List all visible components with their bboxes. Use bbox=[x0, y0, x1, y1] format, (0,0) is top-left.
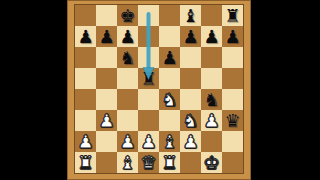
square-a8[interactable] bbox=[75, 5, 96, 26]
white-pawn-b3: ♟ bbox=[98, 110, 114, 131]
white-queen-d1: ♛ bbox=[140, 152, 156, 173]
square-c8[interactable]: ♚ bbox=[117, 5, 138, 26]
square-h7[interactable]: ♟ bbox=[222, 26, 243, 47]
chess-board: ♚♝♜♟♟♟♟♟♟♞♟♜♞♞♟♞♟♛♟♟♟♝♟♜♝♛♜♚ bbox=[75, 5, 243, 173]
square-b4[interactable] bbox=[96, 89, 117, 110]
black-pawn-b7: ♟ bbox=[98, 26, 114, 47]
square-g8[interactable] bbox=[201, 5, 222, 26]
square-b2[interactable] bbox=[96, 131, 117, 152]
square-d6[interactable] bbox=[138, 47, 159, 68]
square-b6[interactable] bbox=[96, 47, 117, 68]
square-h2[interactable] bbox=[222, 131, 243, 152]
white-pawn-f2: ♟ bbox=[182, 131, 198, 152]
square-d8[interactable] bbox=[138, 5, 159, 26]
square-c4[interactable] bbox=[117, 89, 138, 110]
square-g7[interactable]: ♟ bbox=[201, 26, 222, 47]
square-a1[interactable]: ♜ bbox=[75, 152, 96, 173]
square-b8[interactable] bbox=[96, 5, 117, 26]
square-b3[interactable]: ♟ bbox=[96, 110, 117, 131]
square-h8[interactable]: ♜ bbox=[222, 5, 243, 26]
square-c1[interactable]: ♝ bbox=[117, 152, 138, 173]
square-a3[interactable] bbox=[75, 110, 96, 131]
square-a7[interactable]: ♟ bbox=[75, 26, 96, 47]
square-e5[interactable] bbox=[159, 68, 180, 89]
square-e4[interactable]: ♞ bbox=[159, 89, 180, 110]
black-pawn-a7: ♟ bbox=[77, 26, 93, 47]
square-f5[interactable] bbox=[180, 68, 201, 89]
square-g6[interactable] bbox=[201, 47, 222, 68]
black-knight-g4: ♞ bbox=[203, 89, 219, 110]
square-b1[interactable] bbox=[96, 152, 117, 173]
square-h1[interactable] bbox=[222, 152, 243, 173]
white-pawn-g3: ♟ bbox=[203, 110, 219, 131]
square-d7[interactable] bbox=[138, 26, 159, 47]
square-e7[interactable] bbox=[159, 26, 180, 47]
black-king-c8: ♚ bbox=[119, 5, 135, 26]
square-f6[interactable] bbox=[180, 47, 201, 68]
square-h4[interactable] bbox=[222, 89, 243, 110]
square-h5[interactable] bbox=[222, 68, 243, 89]
square-d2[interactable]: ♟ bbox=[138, 131, 159, 152]
white-king-g1: ♚ bbox=[203, 152, 219, 173]
square-f8[interactable]: ♝ bbox=[180, 5, 201, 26]
square-d4[interactable] bbox=[138, 89, 159, 110]
square-b5[interactable] bbox=[96, 68, 117, 89]
square-c5[interactable] bbox=[117, 68, 138, 89]
black-pawn-h7: ♟ bbox=[224, 26, 240, 47]
black-pawn-g7: ♟ bbox=[203, 26, 219, 47]
black-pawn-e6: ♟ bbox=[161, 47, 177, 68]
square-e1[interactable]: ♜ bbox=[159, 152, 180, 173]
square-a4[interactable] bbox=[75, 89, 96, 110]
square-h6[interactable] bbox=[222, 47, 243, 68]
square-a6[interactable] bbox=[75, 47, 96, 68]
square-b7[interactable]: ♟ bbox=[96, 26, 117, 47]
square-d5[interactable]: ♜ bbox=[138, 68, 159, 89]
square-f3[interactable]: ♞ bbox=[180, 110, 201, 131]
square-g1[interactable]: ♚ bbox=[201, 152, 222, 173]
white-bishop-e2: ♝ bbox=[161, 131, 177, 152]
white-pawn-c2: ♟ bbox=[119, 131, 135, 152]
black-pawn-f7: ♟ bbox=[182, 26, 198, 47]
black-queen-h3: ♛ bbox=[224, 110, 240, 131]
white-rook-e1: ♜ bbox=[161, 152, 177, 173]
square-c6[interactable]: ♞ bbox=[117, 47, 138, 68]
white-knight-f3: ♞ bbox=[182, 110, 198, 131]
white-bishop-c1: ♝ bbox=[119, 152, 135, 173]
square-g4[interactable]: ♞ bbox=[201, 89, 222, 110]
square-f1[interactable] bbox=[180, 152, 201, 173]
black-rook-d5: ♜ bbox=[140, 68, 156, 89]
white-pawn-d2: ♟ bbox=[140, 131, 156, 152]
square-g5[interactable] bbox=[201, 68, 222, 89]
square-c7[interactable]: ♟ bbox=[117, 26, 138, 47]
black-pawn-c7: ♟ bbox=[119, 26, 135, 47]
square-d1[interactable]: ♛ bbox=[138, 152, 159, 173]
square-a2[interactable]: ♟ bbox=[75, 131, 96, 152]
square-g2[interactable] bbox=[201, 131, 222, 152]
square-d3[interactable] bbox=[138, 110, 159, 131]
square-f4[interactable] bbox=[180, 89, 201, 110]
video-frame: { "game": "chess", "position": { "fen": … bbox=[0, 0, 320, 180]
square-e3[interactable] bbox=[159, 110, 180, 131]
square-c3[interactable] bbox=[117, 110, 138, 131]
white-knight-e4: ♞ bbox=[161, 89, 177, 110]
black-rook-h8: ♜ bbox=[224, 5, 240, 26]
square-e6[interactable]: ♟ bbox=[159, 47, 180, 68]
square-g3[interactable]: ♟ bbox=[201, 110, 222, 131]
white-pawn-a2: ♟ bbox=[77, 131, 93, 152]
square-f2[interactable]: ♟ bbox=[180, 131, 201, 152]
square-c2[interactable]: ♟ bbox=[117, 131, 138, 152]
black-knight-c6: ♞ bbox=[119, 47, 135, 68]
square-a5[interactable] bbox=[75, 68, 96, 89]
black-bishop-f8: ♝ bbox=[182, 5, 198, 26]
white-rook-a1: ♜ bbox=[77, 152, 93, 173]
square-f7[interactable]: ♟ bbox=[180, 26, 201, 47]
square-e2[interactable]: ♝ bbox=[159, 131, 180, 152]
square-e8[interactable] bbox=[159, 5, 180, 26]
square-h3[interactable]: ♛ bbox=[222, 110, 243, 131]
chess-board-border: ♚♝♜♟♟♟♟♟♟♞♟♜♞♞♟♞♟♛♟♟♟♝♟♜♝♛♜♚ bbox=[67, 0, 251, 180]
